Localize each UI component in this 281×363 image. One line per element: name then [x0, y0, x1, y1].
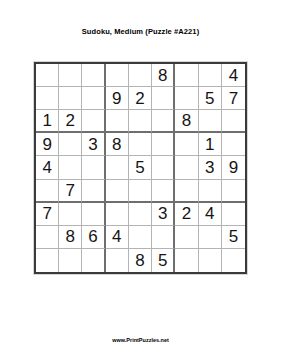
- sudoku-cell-empty[interactable]: [175, 249, 198, 272]
- sudoku-cell-empty[interactable]: [129, 226, 152, 249]
- sudoku-cell-given[interactable]: 8: [129, 249, 152, 272]
- sudoku-cell-given[interactable]: 7: [36, 203, 59, 226]
- sudoku-cell-given[interactable]: 4: [106, 226, 129, 249]
- sudoku-cell-given[interactable]: 3: [199, 156, 222, 179]
- sudoku-cell-empty[interactable]: [175, 156, 198, 179]
- sudoku-cell-empty[interactable]: [106, 203, 129, 226]
- sudoku-cell-empty[interactable]: [222, 180, 245, 203]
- sudoku-cell-empty[interactable]: [199, 110, 222, 133]
- sudoku-cell-empty[interactable]: [36, 64, 59, 87]
- sudoku-cell-empty[interactable]: [59, 249, 82, 272]
- sudoku-cell-given[interactable]: 2: [175, 203, 198, 226]
- sudoku-cell-given[interactable]: 9: [222, 156, 245, 179]
- sudoku-cell-empty[interactable]: [152, 87, 175, 110]
- sudoku-cell-given[interactable]: 9: [36, 133, 59, 156]
- sudoku-cell-given[interactable]: 2: [59, 110, 82, 133]
- sudoku-cell-empty[interactable]: [82, 87, 105, 110]
- sudoku-cell-empty[interactable]: [152, 133, 175, 156]
- sudoku-cell-empty[interactable]: [222, 133, 245, 156]
- sudoku-cell-empty[interactable]: [106, 110, 129, 133]
- sudoku-cell-empty[interactable]: [82, 203, 105, 226]
- sudoku-cell-empty[interactable]: [199, 249, 222, 272]
- sudoku-cell-empty[interactable]: [199, 226, 222, 249]
- sudoku-grid: 8492571289381453977324864585: [34, 62, 247, 274]
- sudoku-cell-empty[interactable]: [82, 110, 105, 133]
- sudoku-cell-empty[interactable]: [36, 226, 59, 249]
- sudoku-cell-given[interactable]: 4: [222, 64, 245, 87]
- sudoku-cell-empty[interactable]: [175, 226, 198, 249]
- puzzle-title: Sudoku, Medium (Puzzle #A221): [0, 27, 281, 36]
- sudoku-cell-empty[interactable]: [129, 180, 152, 203]
- sudoku-cell-given[interactable]: 3: [82, 133, 105, 156]
- sudoku-cell-empty[interactable]: [175, 87, 198, 110]
- sudoku-cell-given[interactable]: 3: [152, 203, 175, 226]
- sudoku-cell-given[interactable]: 8: [106, 133, 129, 156]
- sudoku-cell-given[interactable]: 5: [222, 226, 245, 249]
- sudoku-cell-given[interactable]: 9: [106, 87, 129, 110]
- sudoku-cell-empty[interactable]: [59, 87, 82, 110]
- sudoku-cell-empty[interactable]: [175, 64, 198, 87]
- sudoku-cell-empty[interactable]: [152, 226, 175, 249]
- puzzle-page: Sudoku, Medium (Puzzle #A221) 8492571289…: [0, 0, 281, 363]
- sudoku-cell-empty[interactable]: [152, 110, 175, 133]
- sudoku-cell-empty[interactable]: [222, 110, 245, 133]
- sudoku-cell-given[interactable]: 1: [36, 110, 59, 133]
- footer-url: www.PrintPuzzles.net: [0, 337, 281, 343]
- sudoku-cell-empty[interactable]: [129, 203, 152, 226]
- sudoku-cell-empty[interactable]: [129, 110, 152, 133]
- sudoku-cell-empty[interactable]: [59, 203, 82, 226]
- sudoku-cell-empty[interactable]: [199, 64, 222, 87]
- sudoku-cell-empty[interactable]: [106, 249, 129, 272]
- sudoku-cell-empty[interactable]: [129, 64, 152, 87]
- sudoku-cell-empty[interactable]: [152, 156, 175, 179]
- sudoku-cell-empty[interactable]: [199, 180, 222, 203]
- sudoku-cell-given[interactable]: 1: [199, 133, 222, 156]
- sudoku-cell-empty[interactable]: [152, 180, 175, 203]
- sudoku-cell-given[interactable]: 5: [152, 249, 175, 272]
- sudoku-cell-empty[interactable]: [82, 64, 105, 87]
- sudoku-cell-given[interactable]: 2: [129, 87, 152, 110]
- sudoku-cell-given[interactable]: 8: [175, 110, 198, 133]
- sudoku-cell-empty[interactable]: [106, 180, 129, 203]
- sudoku-cell-empty[interactable]: [36, 249, 59, 272]
- sudoku-cell-given[interactable]: 5: [199, 87, 222, 110]
- sudoku-cell-empty[interactable]: [82, 156, 105, 179]
- sudoku-cell-given[interactable]: 7: [59, 180, 82, 203]
- sudoku-cell-given[interactable]: 4: [199, 203, 222, 226]
- sudoku-cell-empty[interactable]: [129, 133, 152, 156]
- sudoku-cell-empty[interactable]: [82, 180, 105, 203]
- sudoku-cell-given[interactable]: 8: [152, 64, 175, 87]
- sudoku-cell-empty[interactable]: [59, 156, 82, 179]
- sudoku-cell-empty[interactable]: [106, 64, 129, 87]
- sudoku-cell-given[interactable]: 4: [36, 156, 59, 179]
- sudoku-cell-given[interactable]: 7: [222, 87, 245, 110]
- sudoku-cell-empty[interactable]: [36, 180, 59, 203]
- sudoku-cell-empty[interactable]: [222, 249, 245, 272]
- sudoku-cell-empty[interactable]: [82, 249, 105, 272]
- sudoku-cell-given[interactable]: 8: [59, 226, 82, 249]
- sudoku-cell-empty[interactable]: [36, 87, 59, 110]
- sudoku-cell-given[interactable]: 5: [129, 156, 152, 179]
- sudoku-cell-given[interactable]: 6: [82, 226, 105, 249]
- sudoku-cell-empty[interactable]: [106, 156, 129, 179]
- sudoku-cell-empty[interactable]: [175, 133, 198, 156]
- sudoku-cell-empty[interactable]: [175, 180, 198, 203]
- sudoku-cell-empty[interactable]: [59, 64, 82, 87]
- sudoku-cell-empty[interactable]: [59, 133, 82, 156]
- sudoku-cell-empty[interactable]: [222, 203, 245, 226]
